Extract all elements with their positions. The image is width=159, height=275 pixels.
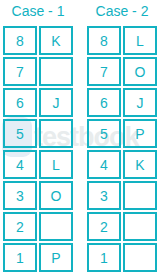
case2-title: Case - 2 bbox=[87, 3, 157, 19]
case2-r2-letter bbox=[123, 212, 157, 241]
case2-r5-number: 5 bbox=[87, 119, 121, 148]
case2-r4-number: 4 bbox=[87, 150, 121, 179]
case2-r1-letter bbox=[123, 243, 157, 272]
case1-r3-letter: O bbox=[39, 181, 73, 210]
case1-grid: 8 K 7 6 J 5 4 L 3 O 2 1 P bbox=[3, 26, 73, 272]
case1-r2-number: 2 bbox=[3, 212, 37, 241]
case2-r6-letter: J bbox=[123, 88, 157, 117]
case1-r8-number: 8 bbox=[3, 26, 37, 55]
case2-r6-number: 6 bbox=[87, 88, 121, 117]
case2-grid: 8 L 7 O 6 J 5 P 4 K 3 2 1 bbox=[87, 26, 157, 272]
case1-r2-letter bbox=[39, 212, 73, 241]
case1-r6-letter: J bbox=[39, 88, 73, 117]
case1-r5-number: 5 bbox=[3, 119, 37, 148]
case1-r4-number: 4 bbox=[3, 150, 37, 179]
case2-r3-number: 3 bbox=[87, 181, 121, 210]
case2-r7-letter: O bbox=[123, 57, 157, 86]
case2-r3-letter bbox=[123, 181, 157, 210]
case1-r8-letter: K bbox=[39, 26, 73, 55]
case2-r5-letter: P bbox=[123, 119, 157, 148]
case2-r2-number: 2 bbox=[87, 212, 121, 241]
case2-r8-letter: L bbox=[123, 26, 157, 55]
case1-r1-number: 1 bbox=[3, 243, 37, 272]
case1-r3-number: 3 bbox=[3, 181, 37, 210]
case1-r7-number: 7 bbox=[3, 57, 37, 86]
case1-title: Case - 1 bbox=[3, 3, 73, 19]
case2-r1-number: 1 bbox=[87, 243, 121, 272]
case2-r4-letter: K bbox=[123, 150, 157, 179]
case1-r5-letter bbox=[39, 119, 73, 148]
puzzle-diagram: testbook Case - 1 Case - 2 8 K 7 6 J 5 4… bbox=[0, 0, 159, 275]
case1-r1-letter: P bbox=[39, 243, 73, 272]
case1-r4-letter: L bbox=[39, 150, 73, 179]
case1-r6-number: 6 bbox=[3, 88, 37, 117]
case2-r8-number: 8 bbox=[87, 26, 121, 55]
case1-r7-letter bbox=[39, 57, 73, 86]
case2-r7-number: 7 bbox=[87, 57, 121, 86]
